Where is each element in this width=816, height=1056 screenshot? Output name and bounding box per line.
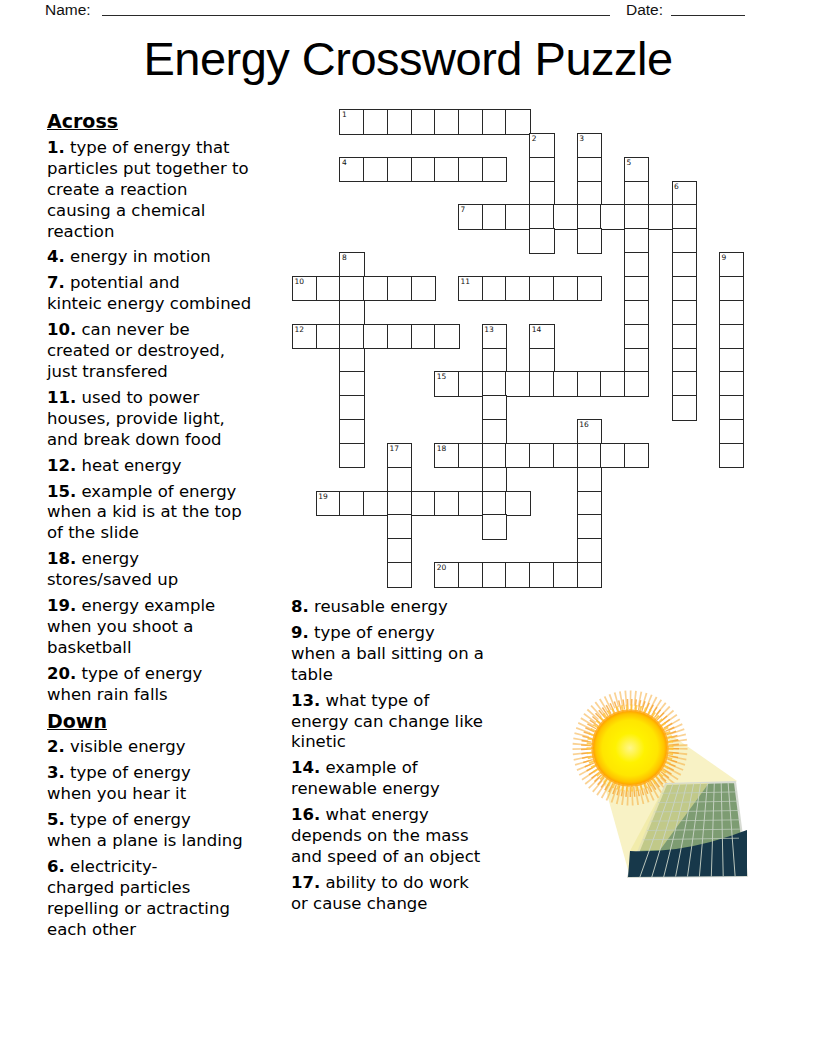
grid-cell-r2c7[interactable]: [458, 157, 483, 183]
grid-cell-r7c2[interactable]: [339, 276, 364, 302]
grid-cell-r11c9[interactable]: [505, 371, 530, 397]
grid-cell-r0c3[interactable]: [363, 109, 388, 135]
cell-number-16: 16: [579, 420, 589, 429]
clue-number: 9.: [291, 623, 309, 642]
grid-cell-r3c12[interactable]: [577, 181, 602, 207]
grid-cell-r14c4[interactable]: 17: [387, 443, 412, 469]
grid-cell-r9c16[interactable]: [672, 324, 697, 350]
cell-number-4: 4: [342, 158, 347, 167]
clue-number: 18.: [47, 549, 76, 568]
grid-cell-r4c7[interactable]: 7: [458, 204, 483, 230]
clue-number: 19.: [47, 596, 76, 615]
cell-number-10: 10: [295, 277, 305, 286]
cell-number-14: 14: [532, 325, 542, 334]
grid-cell-r14c7[interactable]: [458, 443, 483, 469]
date-blank-line: [671, 2, 745, 16]
clue-number: 17.: [291, 873, 320, 892]
grid-cell-r12c2[interactable]: [339, 395, 364, 421]
grid-cell-r4c10[interactable]: [529, 204, 554, 230]
grid-cell-r7c9[interactable]: [505, 276, 530, 302]
clues-left-column: Across1. type of energy that particles p…: [47, 111, 291, 946]
grid-cell-r6c18[interactable]: 9: [719, 252, 744, 278]
grid-cell-r19c10[interactable]: [529, 562, 554, 588]
grid-cell-r14c11[interactable]: [553, 443, 578, 469]
grid-cell-r13c8[interactable]: [482, 419, 507, 445]
clue-number: 14.: [291, 758, 320, 777]
grid-cell-r2c3[interactable]: [363, 157, 388, 183]
cell-number-8: 8: [342, 253, 347, 262]
grid-cell-r9c14[interactable]: [624, 324, 649, 350]
grid-cell-r2c14[interactable]: 5: [624, 157, 649, 183]
grid-cell-r14c13[interactable]: [600, 443, 625, 469]
grid-cell-r2c12[interactable]: [577, 157, 602, 183]
grid-cell-r19c12[interactable]: [577, 562, 602, 588]
grid-cell-r2c8[interactable]: [482, 157, 507, 183]
grid-cell-r11c10[interactable]: [529, 371, 554, 397]
grid-cell-r16c4[interactable]: [387, 491, 412, 517]
grid-cell-r14c10[interactable]: [529, 443, 554, 469]
grid-cell-r9c8[interactable]: 13: [482, 324, 507, 350]
clue-text: energy in motion: [65, 247, 211, 266]
grid-cell-r15c8[interactable]: [482, 467, 507, 493]
grid-cell-r19c7[interactable]: [458, 562, 483, 588]
grid-cell-r15c4[interactable]: [387, 467, 412, 493]
grid-cell-r17c4[interactable]: [387, 514, 412, 540]
grid-cell-r6c2[interactable]: 8: [339, 252, 364, 278]
grid-cell-r4c13[interactable]: [600, 204, 625, 230]
grid-cell-r16c3[interactable]: [363, 491, 388, 517]
sun-icon: [593, 711, 668, 786]
clue-text: reusable energy: [309, 597, 448, 616]
grid-cell-r9c5[interactable]: [411, 324, 436, 350]
grid-cell-r17c8[interactable]: [482, 514, 507, 540]
grid-cell-r13c18[interactable]: [719, 419, 744, 445]
grid-cell-r14c2[interactable]: [339, 443, 364, 469]
grid-cell-r9c2[interactable]: [339, 324, 364, 350]
grid-cell-r7c4[interactable]: [387, 276, 412, 302]
grid-cell-r8c2[interactable]: [339, 300, 364, 326]
grid-cell-r7c0[interactable]: 10: [292, 276, 317, 302]
grid-cell-r0c6[interactable]: [434, 109, 459, 135]
grid-cell-r2c2[interactable]: 4: [339, 157, 364, 183]
clue-text: type of energy when a plane is landing: [47, 810, 243, 850]
clue-text: electricity- charged particles repelling…: [47, 857, 230, 939]
grid-cell-r7c7[interactable]: 11: [458, 276, 483, 302]
clue-text: type of energy when you hear it: [47, 763, 191, 803]
grid-cell-r14c9[interactable]: [505, 443, 530, 469]
clue-text: what type of energy can change like kine…: [291, 691, 483, 752]
grid-cell-r11c11[interactable]: [553, 371, 578, 397]
cell-number-2: 2: [532, 134, 537, 143]
grid-cell-r18c12[interactable]: [577, 538, 602, 564]
clue-number: 4.: [47, 247, 65, 266]
grid-cell-r9c3[interactable]: [363, 324, 388, 350]
clue-7: 7. potential and kinteic energy combined: [47, 273, 291, 315]
grid-cell-r10c18[interactable]: [719, 348, 744, 374]
date-label: Date:: [626, 1, 663, 19]
grid-cell-r8c14[interactable]: [624, 300, 649, 326]
grid-cell-r9c18[interactable]: [719, 324, 744, 350]
grid-cell-r2c4[interactable]: [387, 157, 412, 183]
grid-cell-r13c2[interactable]: [339, 419, 364, 445]
grid-cell-r7c18[interactable]: [719, 276, 744, 302]
crossword-grid: 1234567891011121314151617181920: [292, 109, 744, 588]
grid-cell-r19c6[interactable]: 20: [434, 562, 459, 588]
grid-cell-r10c2[interactable]: [339, 348, 364, 374]
grid-cell-r16c6[interactable]: [434, 491, 459, 517]
clue-text: what energy depends on the mass and spee…: [291, 805, 480, 866]
grid-cell-r10c16[interactable]: [672, 348, 697, 374]
grid-cell-r16c1[interactable]: 19: [316, 491, 341, 517]
clue-6: 6. electricity- charged particles repell…: [47, 857, 291, 941]
cell-number-7: 7: [461, 205, 466, 214]
grid-cell-r3c16[interactable]: 6: [672, 181, 697, 207]
clue-number: 2.: [47, 737, 65, 756]
grid-cell-r16c2[interactable]: [339, 491, 364, 517]
clue-15: 15. example of energy when a kid is at t…: [47, 482, 291, 545]
sun-solar-panel-illustration: [556, 681, 789, 914]
name-label: Name:: [45, 1, 91, 19]
clue-number: 3.: [47, 763, 65, 782]
clue-number: 10.: [47, 320, 76, 339]
grid-cell-r8c16[interactable]: [672, 300, 697, 326]
grid-cell-r9c0[interactable]: 12: [292, 324, 317, 350]
grid-cell-r4c11[interactable]: [553, 204, 578, 230]
clue-17: 17. ability to do work or cause change: [291, 873, 525, 915]
cell-number-9: 9: [721, 253, 726, 262]
grid-cell-r0c4[interactable]: [387, 109, 412, 135]
clue-19: 19. energy example when you shoot a bask…: [47, 596, 291, 659]
cell-number-15: 15: [437, 372, 447, 381]
cell-number-17: 17: [389, 444, 399, 453]
grid-cell-r17c12[interactable]: [577, 514, 602, 540]
cell-number-1: 1: [342, 110, 347, 119]
grid-cell-r0c5[interactable]: [411, 109, 436, 135]
grid-cell-r16c9[interactable]: [505, 491, 530, 517]
grid-cell-r16c5[interactable]: [411, 491, 436, 517]
grid-cell-r11c2[interactable]: [339, 371, 364, 397]
clue-11: 11. used to power houses, provide light,…: [47, 388, 291, 451]
cell-number-5: 5: [627, 158, 632, 167]
cell-number-11: 11: [461, 277, 471, 286]
grid-cell-r1c12[interactable]: 3: [577, 133, 602, 159]
grid-cell-r14c6[interactable]: 18: [434, 443, 459, 469]
grid-cell-r2c10[interactable]: [529, 157, 554, 183]
grid-cell-r10c8[interactable]: [482, 348, 507, 374]
grid-cell-r7c11[interactable]: [553, 276, 578, 302]
grid-cell-r11c16[interactable]: [672, 371, 697, 397]
grid-cell-r7c10[interactable]: [529, 276, 554, 302]
grid-cell-r6c14[interactable]: [624, 252, 649, 278]
clue-10: 10. can never be created or destroyed, j…: [47, 320, 291, 383]
clue-number: 1.: [47, 138, 65, 157]
grid-cell-r9c10[interactable]: 14: [529, 324, 554, 350]
grid-cell-r11c13[interactable]: [600, 371, 625, 397]
grid-cell-r7c5[interactable]: [411, 276, 436, 302]
clue-text: visible energy: [65, 737, 186, 756]
grid-cell-r9c6[interactable]: [434, 324, 459, 350]
grid-cell-r9c4[interactable]: [387, 324, 412, 350]
grid-cell-r2c5[interactable]: [411, 157, 436, 183]
clue-text: type of energy when a ball sitting on a …: [291, 623, 484, 684]
clue-number: 6.: [47, 857, 65, 876]
grid-cell-r7c16[interactable]: [672, 276, 697, 302]
grid-cell-r19c11[interactable]: [553, 562, 578, 588]
grid-cell-r12c18[interactable]: [719, 395, 744, 421]
clue-14: 14. example of renewable energy: [291, 758, 525, 800]
clue-number: 15.: [47, 482, 76, 501]
grid-cell-r0c8[interactable]: [482, 109, 507, 135]
grid-cell-r12c8[interactable]: [482, 395, 507, 421]
grid-cell-r11c6[interactable]: 15: [434, 371, 459, 397]
grid-cell-r4c8[interactable]: [482, 204, 507, 230]
clue-number: 5.: [47, 810, 65, 829]
clue-number: 20.: [47, 664, 76, 683]
grid-cell-r11c8[interactable]: [482, 371, 507, 397]
clue-number: 13.: [291, 691, 320, 710]
clue-20: 20. type of energy when rain falls: [47, 664, 291, 706]
clue-5: 5. type of energy when a plane is landin…: [47, 810, 291, 852]
grid-cell-r2c6[interactable]: [434, 157, 459, 183]
cell-number-3: 3: [579, 134, 584, 143]
grid-cell-r3c14[interactable]: [624, 181, 649, 207]
clue-number: 12.: [47, 456, 76, 475]
worksheet-page: Name: Date: Energy Crossword Puzzle 1234…: [0, 0, 816, 1056]
cell-number-19: 19: [318, 492, 328, 501]
grid-cell-r14c14[interactable]: [624, 443, 649, 469]
clue-number: 11.: [47, 388, 76, 407]
clue-1: 1. type of energy that particles put tog…: [47, 138, 291, 243]
grid-cell-r9c1[interactable]: [316, 324, 341, 350]
clue-number: 8.: [291, 597, 309, 616]
grid-cell-r15c12[interactable]: [577, 467, 602, 493]
cell-number-18: 18: [437, 444, 447, 453]
grid-cell-r11c7[interactable]: [458, 371, 483, 397]
grid-cell-r0c9[interactable]: [505, 109, 530, 135]
name-blank-line: [102, 2, 610, 16]
grid-cell-r4c12[interactable]: [577, 204, 602, 230]
clues-right-column: 8. reusable energy9. type of energy when…: [291, 597, 525, 920]
grid-cell-r4c14[interactable]: [624, 204, 649, 230]
grid-cell-r10c10[interactable]: [529, 348, 554, 374]
clue-2: 2. visible energy: [47, 737, 291, 758]
grid-cell-r19c8[interactable]: [482, 562, 507, 588]
grid-cell-r14c12[interactable]: [577, 443, 602, 469]
cell-number-13: 13: [484, 325, 494, 334]
grid-cell-r7c14[interactable]: [624, 276, 649, 302]
grid-cell-r11c14[interactable]: [624, 371, 649, 397]
clue-16: 16. what energy depends on the mass and …: [291, 805, 525, 868]
grid-cell-r6c16[interactable]: [672, 252, 697, 278]
grid-cell-r19c4[interactable]: [387, 562, 412, 588]
grid-cell-r16c8[interactable]: [482, 491, 507, 517]
grid-cell-r11c12[interactable]: [577, 371, 602, 397]
grid-cell-r0c2[interactable]: 1: [339, 109, 364, 135]
grid-cell-r7c8[interactable]: [482, 276, 507, 302]
clue-12: 12. heat energy: [47, 456, 291, 477]
grid-cell-r3c10[interactable]: [529, 181, 554, 207]
grid-cell-r16c7[interactable]: [458, 491, 483, 517]
cell-number-6: 6: [674, 182, 679, 191]
grid-cell-r5c12[interactable]: [577, 228, 602, 254]
grid-cell-r7c12[interactable]: [577, 276, 602, 302]
clue-13: 13. what type of energy can change like …: [291, 691, 525, 754]
grid-cell-r12c16[interactable]: [672, 395, 697, 421]
clue-4: 4. energy in motion: [47, 247, 291, 268]
cell-number-12: 12: [295, 325, 305, 334]
grid-cell-r13c12[interactable]: 16: [577, 419, 602, 445]
clue-heading-down: Down: [47, 711, 291, 732]
grid-cell-r5c14[interactable]: [624, 228, 649, 254]
page-title: Energy Crossword Puzzle: [0, 31, 816, 86]
grid-cell-r11c18[interactable]: [719, 371, 744, 397]
clue-9: 9. type of energy when a ball sitting on…: [291, 623, 525, 686]
grid-cell-r4c16[interactable]: [672, 204, 697, 230]
grid-cell-r7c3[interactable]: [363, 276, 388, 302]
cell-number-20: 20: [437, 563, 447, 572]
clue-8: 8. reusable energy: [291, 597, 525, 618]
grid-cell-r18c4[interactable]: [387, 538, 412, 564]
grid-cell-r5c10[interactable]: [529, 228, 554, 254]
grid-cell-r0c7[interactable]: [458, 109, 483, 135]
clue-heading-across: Across: [47, 111, 291, 132]
clue-number: 16.: [291, 805, 320, 824]
grid-cell-r14c18[interactable]: [719, 443, 744, 469]
grid-cell-r7c1[interactable]: [316, 276, 341, 302]
clue-3: 3. type of energy when you hear it: [47, 763, 291, 805]
grid-cell-r8c18[interactable]: [719, 300, 744, 326]
clue-18: 18. energy stores/saved up: [47, 549, 291, 591]
grid-cell-r10c14[interactable]: [624, 348, 649, 374]
clue-text: heat energy: [76, 456, 181, 475]
clue-text: potential and kinteic energy combined: [47, 273, 251, 313]
grid-cell-r1c10[interactable]: 2: [529, 133, 554, 159]
clue-text: example of energy when a kid is at the t…: [47, 482, 242, 543]
grid-cell-r16c12[interactable]: [577, 491, 602, 517]
clue-number: 7.: [47, 273, 65, 292]
grid-cell-r19c9[interactable]: [505, 562, 530, 588]
grid-cell-r4c9[interactable]: [505, 204, 530, 230]
clue-text: type of energy that particles put togeth…: [47, 138, 249, 241]
grid-cell-r5c16[interactable]: [672, 228, 697, 254]
grid-cell-r4c15[interactable]: [648, 204, 673, 230]
grid-cell-r14c8[interactable]: [482, 443, 507, 469]
